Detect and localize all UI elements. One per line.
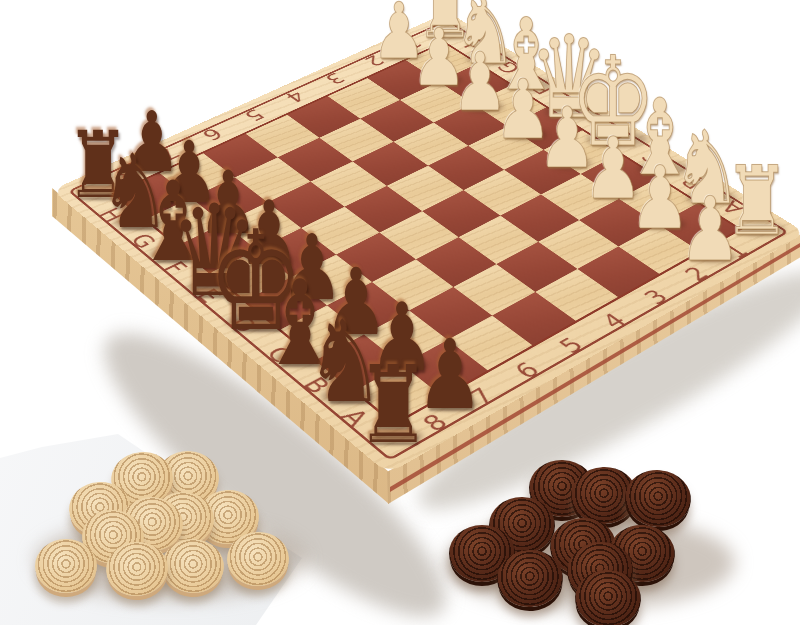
product-photo-scene: HHGGFFEEDDCCBBAA1122334455667788 ♜♞♝♚♛♝♞…	[0, 0, 800, 625]
checker-light-8[interactable]	[35, 539, 97, 593]
piece-dark-rook-a8[interactable]: ♜	[355, 351, 430, 458]
piece-light-pawn-a2[interactable]: ♟	[679, 186, 741, 275]
